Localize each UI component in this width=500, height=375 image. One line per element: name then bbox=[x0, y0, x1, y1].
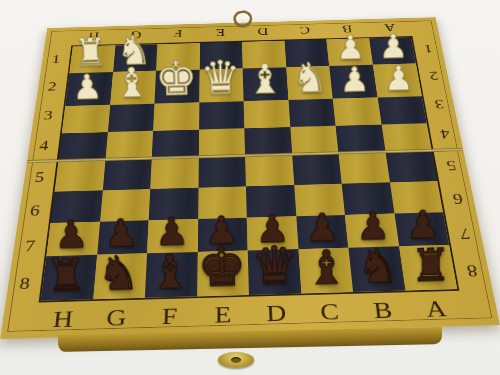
piece-white-bishop-d2[interactable]: ♝ bbox=[247, 59, 284, 101]
square-h8[interactable]: ♜ bbox=[41, 255, 97, 301]
board-squares: ♜♞♟♟♟♝♚♛♝♞♟♟♟♟♟♟♟♟♟♟♜♞♝♚♛♝♞♜ bbox=[39, 36, 460, 302]
square-a8[interactable]: ♜ bbox=[399, 245, 457, 291]
square-e4[interactable] bbox=[198, 128, 245, 158]
file-label-top-B: B bbox=[325, 19, 370, 38]
square-g2[interactable]: ♝ bbox=[110, 71, 156, 105]
piece-white-knight-c2[interactable]: ♞ bbox=[291, 57, 328, 99]
piece-white-queen-e2[interactable]: ♛ bbox=[200, 55, 242, 102]
clasp-hole bbox=[231, 357, 241, 363]
square-c3[interactable] bbox=[288, 99, 335, 127]
rank-label-left-8: 8 bbox=[6, 264, 44, 303]
square-d8[interactable]: ♛ bbox=[248, 249, 301, 295]
piece-black-rook-a8[interactable]: ♜ bbox=[410, 243, 451, 289]
photo-background: HGFEDCBA HGFEDCBA 12345678 12345678 ♜♞♟♟… bbox=[0, 0, 500, 375]
square-b2[interactable]: ♟ bbox=[329, 65, 377, 99]
rank-label-right-1: 1 bbox=[412, 35, 444, 62]
square-e8[interactable]: ♚ bbox=[197, 251, 249, 297]
rank-label-right-3: 3 bbox=[422, 89, 456, 119]
piece-black-pawn-a7[interactable]: ♟ bbox=[406, 206, 440, 245]
square-h5[interactable] bbox=[55, 161, 105, 192]
square-f3[interactable] bbox=[153, 102, 199, 130]
square-e2[interactable]: ♛ bbox=[199, 68, 244, 102]
square-c2[interactable]: ♞ bbox=[286, 66, 333, 100]
square-f2[interactable]: ♚ bbox=[154, 70, 199, 104]
square-e3[interactable] bbox=[199, 101, 245, 129]
piece-black-bishop-f8[interactable]: ♝ bbox=[148, 248, 191, 296]
rank-label-right-4: 4 bbox=[428, 119, 463, 150]
brass-clasp-icon bbox=[218, 352, 254, 368]
square-h3[interactable] bbox=[62, 105, 110, 133]
file-label-bottom-G: G bbox=[88, 300, 144, 337]
file-label-bottom-F: F bbox=[142, 298, 196, 335]
rank-label-right-6: 6 bbox=[439, 181, 477, 216]
file-label-top-F: F bbox=[157, 24, 200, 43]
rank-label-left-5: 5 bbox=[22, 161, 57, 194]
piece-white-pawn-h2[interactable]: ♟ bbox=[72, 70, 103, 105]
square-d2[interactable]: ♝ bbox=[243, 67, 288, 101]
square-b8[interactable]: ♞ bbox=[348, 246, 405, 292]
file-label-bottom-C: C bbox=[302, 294, 358, 331]
square-a2[interactable]: ♟ bbox=[373, 64, 422, 98]
piece-white-pawn-b2[interactable]: ♟ bbox=[339, 63, 369, 98]
file-label-top-H: H bbox=[71, 26, 115, 45]
square-f5[interactable] bbox=[150, 158, 198, 189]
piece-black-knight-b8[interactable]: ♞ bbox=[357, 243, 400, 291]
file-label-top-A: A bbox=[367, 18, 412, 37]
square-g3[interactable] bbox=[107, 104, 154, 132]
rank-label-right-8: 8 bbox=[452, 252, 492, 291]
rank-label-left-2: 2 bbox=[36, 72, 68, 101]
file-label-bottom-B: B bbox=[354, 292, 412, 329]
rank-label-left-7: 7 bbox=[11, 228, 48, 265]
square-a3[interactable] bbox=[377, 96, 427, 124]
square-g5[interactable] bbox=[102, 159, 151, 190]
square-h2[interactable]: ♟ bbox=[65, 72, 112, 106]
rank-label-left-1: 1 bbox=[40, 46, 71, 73]
file-label-top-G: G bbox=[114, 25, 158, 44]
rank-label-right-2: 2 bbox=[417, 62, 450, 91]
square-e5[interactable] bbox=[198, 157, 246, 188]
piece-black-knight-g8[interactable]: ♞ bbox=[96, 250, 140, 298]
file-label-bottom-H: H bbox=[34, 301, 91, 338]
square-c8[interactable]: ♝ bbox=[298, 248, 353, 294]
square-g8[interactable]: ♞ bbox=[93, 253, 147, 299]
chess-board: HGFEDCBA HGFEDCBA 12345678 12345678 ♜♞♟♟… bbox=[0, 17, 500, 339]
piece-black-rook-h8[interactable]: ♜ bbox=[45, 253, 87, 299]
file-label-top-E: E bbox=[199, 23, 242, 42]
square-d3[interactable] bbox=[244, 100, 290, 128]
piece-white-bishop-g2[interactable]: ♝ bbox=[113, 62, 150, 104]
square-a4[interactable] bbox=[381, 123, 432, 153]
square-b3[interactable] bbox=[333, 97, 381, 125]
square-f8[interactable]: ♝ bbox=[145, 252, 198, 298]
rank-label-left-4: 4 bbox=[27, 130, 61, 162]
file-label-top-D: D bbox=[241, 22, 284, 41]
piece-black-pawn-h7[interactable]: ♟ bbox=[53, 216, 88, 255]
piece-black-king-e8[interactable]: ♚ bbox=[197, 239, 247, 295]
rank-label-left-3: 3 bbox=[32, 100, 65, 130]
file-label-bottom-A: A bbox=[407, 291, 466, 328]
rank-label-right-5: 5 bbox=[433, 149, 469, 182]
piece-white-king-f2[interactable]: ♚ bbox=[154, 54, 197, 103]
piece-white-pawn-a2[interactable]: ♟ bbox=[384, 62, 414, 97]
piece-black-bishop-c8[interactable]: ♝ bbox=[305, 244, 348, 292]
square-b5[interactable] bbox=[339, 153, 390, 184]
square-d5[interactable] bbox=[245, 155, 294, 186]
piece-black-queen-d8[interactable]: ♛ bbox=[250, 240, 298, 294]
file-label-top-C: C bbox=[283, 20, 327, 39]
square-a5[interactable] bbox=[385, 151, 437, 182]
file-label-bottom-E: E bbox=[196, 297, 250, 334]
square-c5[interactable] bbox=[292, 154, 342, 185]
rank-label-left-6: 6 bbox=[17, 193, 53, 228]
rank-label-right-7: 7 bbox=[446, 216, 485, 253]
file-label-bottom-D: D bbox=[249, 295, 304, 332]
